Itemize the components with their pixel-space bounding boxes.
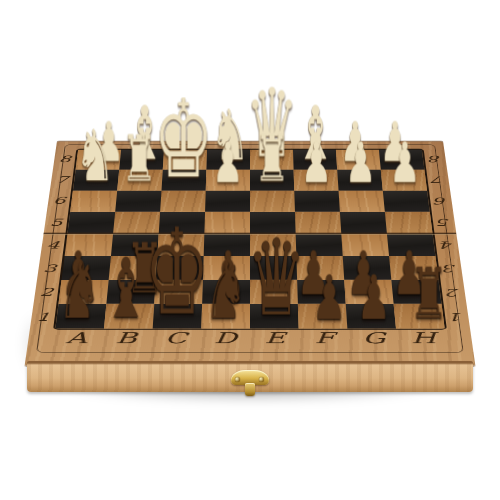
- white-rook-e7: ♜: [254, 127, 289, 191]
- file-label-H: H: [398, 330, 450, 348]
- square-g6: [339, 190, 385, 211]
- square-e7: ♜: [250, 170, 294, 191]
- square-h6: [383, 190, 430, 211]
- square-c7: ♚: [161, 170, 206, 191]
- square-a7: ♞: [73, 170, 119, 191]
- black-queen-e1: ♛: [247, 225, 306, 331]
- black-pawn-g1: ♟: [357, 267, 391, 328]
- clasp-screw-right: [259, 377, 264, 382]
- square-h1: ♜: [394, 304, 445, 329]
- square-f7: ♟: [294, 170, 339, 191]
- rank-label-8: 8: [424, 149, 447, 169]
- white-pawn-h7: ♟: [389, 135, 420, 191]
- black-rook-h1: ♜: [409, 259, 448, 329]
- square-d5: [204, 212, 250, 234]
- rank-label-2: 2: [33, 280, 59, 304]
- chess-board: 87654321 87654321 ABCDEFGH ♟♝♞♛♝♟♟♞♜♚♟♜♟…: [25, 141, 476, 365]
- file-label-E: E: [250, 330, 300, 348]
- clasp-hook: [245, 383, 255, 396]
- file-label-A: A: [51, 330, 103, 348]
- square-a6: [70, 190, 117, 211]
- rank-label-5: 5: [432, 211, 457, 233]
- square-h7: ♟: [381, 170, 427, 191]
- rank-label-8: 8: [53, 149, 76, 169]
- black-knight-a1: ♞: [58, 251, 102, 329]
- file-label-G: G: [348, 330, 399, 348]
- square-d6: [205, 190, 250, 211]
- white-pawn-f7: ♟: [301, 135, 332, 191]
- white-pawn-d7: ♟: [212, 135, 243, 191]
- square-h5: [385, 212, 433, 234]
- black-bishop-b1: ♝: [103, 247, 149, 330]
- square-a5: [67, 212, 115, 234]
- board-scene: 87654321 87654321 ABCDEFGH ♟♝♞♛♝♟♟♞♜♚♟♜♟…: [42, 22, 458, 468]
- brass-clasp: [229, 368, 271, 400]
- square-f6: [294, 190, 340, 211]
- clasp-screw-left: [235, 377, 240, 382]
- rank-label-5: 5: [44, 211, 69, 233]
- rank-label-6: 6: [47, 190, 71, 211]
- file-label-D: D: [200, 330, 250, 348]
- playing-area: ♟♝♞♛♝♟♟♞♜♚♟♜♟♟♟♟♜♟♟♟♟♞♝♚♞♛♟♟♜: [53, 149, 447, 330]
- rank-label-7: 7: [426, 169, 450, 190]
- white-knight-a7: ♞: [75, 120, 115, 191]
- rank-label-6: 6: [429, 190, 453, 211]
- product-photo-stage: 87654321 87654321 ABCDEFGH ♟♝♞♛♝♟♟♞♜♚♟♜♟…: [0, 0, 500, 500]
- white-pawn-g7: ♟: [345, 135, 376, 191]
- white-king-c7: ♚: [153, 85, 213, 193]
- square-c1: ♚: [153, 304, 202, 329]
- file-label-F: F: [299, 330, 349, 348]
- square-a1: ♞: [55, 304, 106, 329]
- black-king-c1: ♚: [144, 213, 210, 332]
- square-g5: [340, 212, 387, 234]
- white-rook-b7: ♜: [122, 127, 157, 191]
- rank-label-1: 1: [30, 304, 57, 329]
- black-knight-d1: ♞: [204, 251, 248, 329]
- rank-label-7: 7: [50, 169, 74, 190]
- square-g7: ♟: [337, 170, 383, 191]
- square-g1: ♟: [346, 304, 396, 329]
- black-pawn-f1: ♟: [312, 267, 346, 328]
- square-e1: ♛: [250, 304, 299, 329]
- file-label-C: C: [150, 330, 200, 348]
- square-e6: [250, 190, 295, 211]
- file-label-B: B: [101, 330, 152, 348]
- file-labels-bottom: ABCDEFGH: [51, 330, 450, 348]
